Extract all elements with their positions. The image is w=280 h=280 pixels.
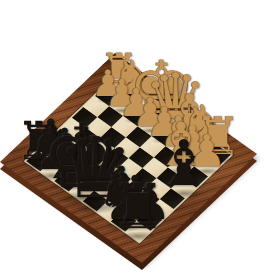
board-frame <box>0 53 257 263</box>
board-maple-border <box>24 72 234 244</box>
chess-set-photo: ♜♞♟♟♚♟♛♟♝♟♞♟♟♜♟♟♜♟♝♟♞♟♝♝♟♚♟♛♟♟♞♜ <box>0 0 280 280</box>
chess-board <box>26 74 231 241</box>
